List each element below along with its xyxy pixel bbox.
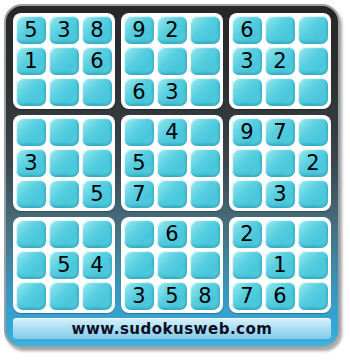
cell-r9c6[interactable]: 8: [190, 282, 220, 310]
cell-r6c5[interactable]: [157, 180, 187, 208]
cell-r1c2[interactable]: 3: [49, 16, 79, 44]
cell-r5c4[interactable]: 5: [124, 149, 154, 177]
cell-r5c3[interactable]: [82, 149, 112, 177]
cell-r6c6[interactable]: [190, 180, 220, 208]
block-1-1: 457: [121, 115, 223, 211]
cell-r5c7[interactable]: [232, 149, 262, 177]
cell-r2c4[interactable]: [124, 47, 154, 75]
cell-r5c6[interactable]: [190, 149, 220, 177]
cell-r1c4[interactable]: 9: [124, 16, 154, 44]
cell-r1c8[interactable]: [265, 16, 295, 44]
cell-r3c9[interactable]: [298, 78, 328, 106]
cell-r2c1[interactable]: 1: [16, 47, 46, 75]
cell-r8c7[interactable]: [232, 251, 262, 279]
sudoku-board: 5381692636323545797235463582176 www.sudo…: [4, 4, 340, 348]
cell-r7c1[interactable]: [16, 220, 46, 248]
block-2-1: 6358: [121, 217, 223, 313]
cell-r1c7[interactable]: 6: [232, 16, 262, 44]
cell-r2c3[interactable]: 6: [82, 47, 112, 75]
cell-r3c3[interactable]: [82, 78, 112, 106]
cell-r5c2[interactable]: [49, 149, 79, 177]
cell-r4c8[interactable]: 7: [265, 118, 295, 146]
cell-r5c1[interactable]: 3: [16, 149, 46, 177]
cell-r7c2[interactable]: [49, 220, 79, 248]
cell-r2c9[interactable]: [298, 47, 328, 75]
cell-r7c9[interactable]: [298, 220, 328, 248]
cell-r4c5[interactable]: 4: [157, 118, 187, 146]
cell-r9c5[interactable]: 5: [157, 282, 187, 310]
cell-r5c9[interactable]: 2: [298, 149, 328, 177]
cell-r1c5[interactable]: 2: [157, 16, 187, 44]
cell-r3c1[interactable]: [16, 78, 46, 106]
cell-r8c9[interactable]: [298, 251, 328, 279]
cell-r6c8[interactable]: 3: [265, 180, 295, 208]
block-2-2: 2176: [229, 217, 331, 313]
cell-r3c7[interactable]: [232, 78, 262, 106]
cell-r2c5[interactable]: [157, 47, 187, 75]
cell-r9c1[interactable]: [16, 282, 46, 310]
cell-r6c3[interactable]: 5: [82, 180, 112, 208]
cell-r7c3[interactable]: [82, 220, 112, 248]
cell-r8c5[interactable]: [157, 251, 187, 279]
cell-r9c8[interactable]: 6: [265, 282, 295, 310]
site-link[interactable]: www.sudokusweb.com: [72, 320, 273, 338]
block-0-1: 9263: [121, 13, 223, 109]
cell-r2c7[interactable]: 3: [232, 47, 262, 75]
cell-r2c8[interactable]: 2: [265, 47, 295, 75]
cell-r3c6[interactable]: [190, 78, 220, 106]
block-1-0: 35: [13, 115, 115, 211]
cell-r8c6[interactable]: [190, 251, 220, 279]
cell-r5c5[interactable]: [157, 149, 187, 177]
blocks-grid: 5381692636323545797235463582176: [13, 13, 331, 313]
cell-r1c6[interactable]: [190, 16, 220, 44]
cell-r6c9[interactable]: [298, 180, 328, 208]
cell-r3c4[interactable]: 6: [124, 78, 154, 106]
cell-r9c4[interactable]: 3: [124, 282, 154, 310]
cell-r4c6[interactable]: [190, 118, 220, 146]
cell-r2c6[interactable]: [190, 47, 220, 75]
cell-r4c2[interactable]: [49, 118, 79, 146]
cell-r6c4[interactable]: 7: [124, 180, 154, 208]
block-0-2: 632: [229, 13, 331, 109]
cell-r4c9[interactable]: [298, 118, 328, 146]
cell-r6c1[interactable]: [16, 180, 46, 208]
cell-r8c2[interactable]: 5: [49, 251, 79, 279]
cell-r6c2[interactable]: [49, 180, 79, 208]
block-1-2: 9723: [229, 115, 331, 211]
cell-r9c7[interactable]: 7: [232, 282, 262, 310]
cell-r8c1[interactable]: [16, 251, 46, 279]
cell-r1c3[interactable]: 8: [82, 16, 112, 44]
cell-r8c3[interactable]: 4: [82, 251, 112, 279]
block-0-0: 53816: [13, 13, 115, 109]
cell-r4c1[interactable]: [16, 118, 46, 146]
cell-r9c9[interactable]: [298, 282, 328, 310]
cell-r7c6[interactable]: [190, 220, 220, 248]
cell-r3c5[interactable]: 3: [157, 78, 187, 106]
cell-r4c7[interactable]: 9: [232, 118, 262, 146]
cell-r2c2[interactable]: [49, 47, 79, 75]
cell-r4c4[interactable]: [124, 118, 154, 146]
cell-r3c2[interactable]: [49, 78, 79, 106]
cell-r8c8[interactable]: 1: [265, 251, 295, 279]
cell-r1c9[interactable]: [298, 16, 328, 44]
block-2-0: 54: [13, 217, 115, 313]
cell-r4c3[interactable]: [82, 118, 112, 146]
cell-r1c1[interactable]: 5: [16, 16, 46, 44]
cell-r5c8[interactable]: [265, 149, 295, 177]
footer-bar: www.sudokusweb.com: [13, 318, 331, 339]
cell-r8c4[interactable]: [124, 251, 154, 279]
cell-r3c8[interactable]: [265, 78, 295, 106]
cell-r7c8[interactable]: [265, 220, 295, 248]
cell-r7c5[interactable]: 6: [157, 220, 187, 248]
cell-r6c7[interactable]: [232, 180, 262, 208]
page: 5381692636323545797235463582176 www.sudo…: [0, 0, 350, 360]
cell-r9c3[interactable]: [82, 282, 112, 310]
cell-r9c2[interactable]: [49, 282, 79, 310]
cell-r7c4[interactable]: [124, 220, 154, 248]
cell-r7c7[interactable]: 2: [232, 220, 262, 248]
